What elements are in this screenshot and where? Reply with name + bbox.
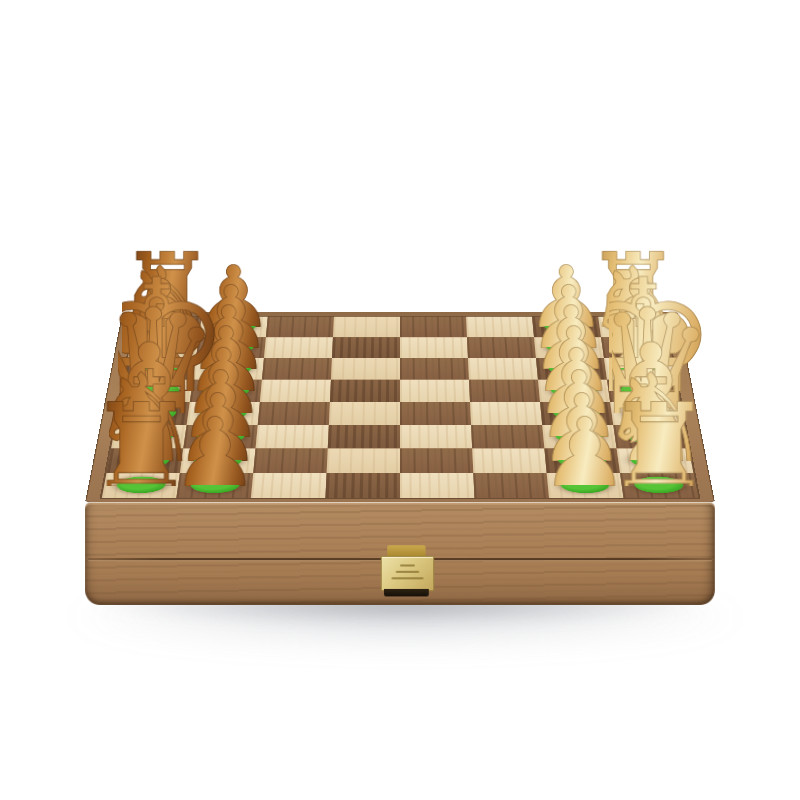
square — [400, 337, 468, 358]
square — [264, 337, 333, 358]
square — [325, 473, 400, 498]
square — [400, 473, 475, 498]
square — [400, 402, 471, 425]
product-photo-chess-set: ♜♞♝♚♛♝♞♜♟♟♟♟♟♟♟♟♟♟♟♟♟♟♟♟♜♞♝♚♛♝♞♜ — [0, 0, 800, 800]
square — [258, 402, 330, 425]
brass-clasp — [381, 545, 432, 596]
square — [468, 358, 538, 380]
dark-rook: ♜ — [104, 284, 178, 485]
chessboard-grid: ♜♞♝♚♛♝♞♜♟♟♟♟♟♟♟♟♟♟♟♟♟♟♟♟♜♞♝♚♛♝♞♜ — [102, 317, 698, 498]
square — [333, 317, 400, 337]
clasp-engraving-line — [400, 564, 415, 566]
square — [471, 425, 544, 449]
square — [328, 425, 400, 449]
square — [327, 449, 400, 473]
square — [260, 380, 331, 402]
square — [473, 473, 549, 498]
clasp-engraving-line — [391, 577, 423, 579]
light-rook: ♜ — [622, 284, 696, 485]
square — [329, 402, 400, 425]
square — [266, 317, 334, 337]
square — [400, 425, 472, 449]
square — [400, 380, 470, 402]
perspective-stage: ♜♞♝♚♛♝♞♜♟♟♟♟♟♟♟♟♟♟♟♟♟♟♟♟♜♞♝♚♛♝♞♜ — [0, 0, 800, 800]
clasp-engraving-line — [396, 571, 419, 573]
square — [400, 358, 469, 380]
square — [256, 425, 329, 449]
square — [262, 358, 332, 380]
square — [331, 358, 400, 380]
square — [332, 337, 400, 358]
clasp-slot — [384, 589, 429, 596]
clasp-plate — [381, 556, 434, 591]
square — [400, 449, 473, 473]
chess-box-lid-board: ♜♞♝♚♛♝♞♜♟♟♟♟♟♟♟♟♟♟♟♟♟♟♟♟♜♞♝♚♛♝♞♜ — [85, 312, 715, 503]
square — [253, 449, 327, 473]
square — [467, 337, 536, 358]
square — [472, 449, 546, 473]
square — [251, 473, 327, 498]
square — [466, 317, 534, 337]
box-front-face — [85, 502, 715, 604]
square — [400, 317, 467, 337]
square — [470, 402, 542, 425]
square — [330, 380, 400, 402]
dark-pawn: ♟ — [178, 284, 252, 485]
square — [469, 380, 540, 402]
